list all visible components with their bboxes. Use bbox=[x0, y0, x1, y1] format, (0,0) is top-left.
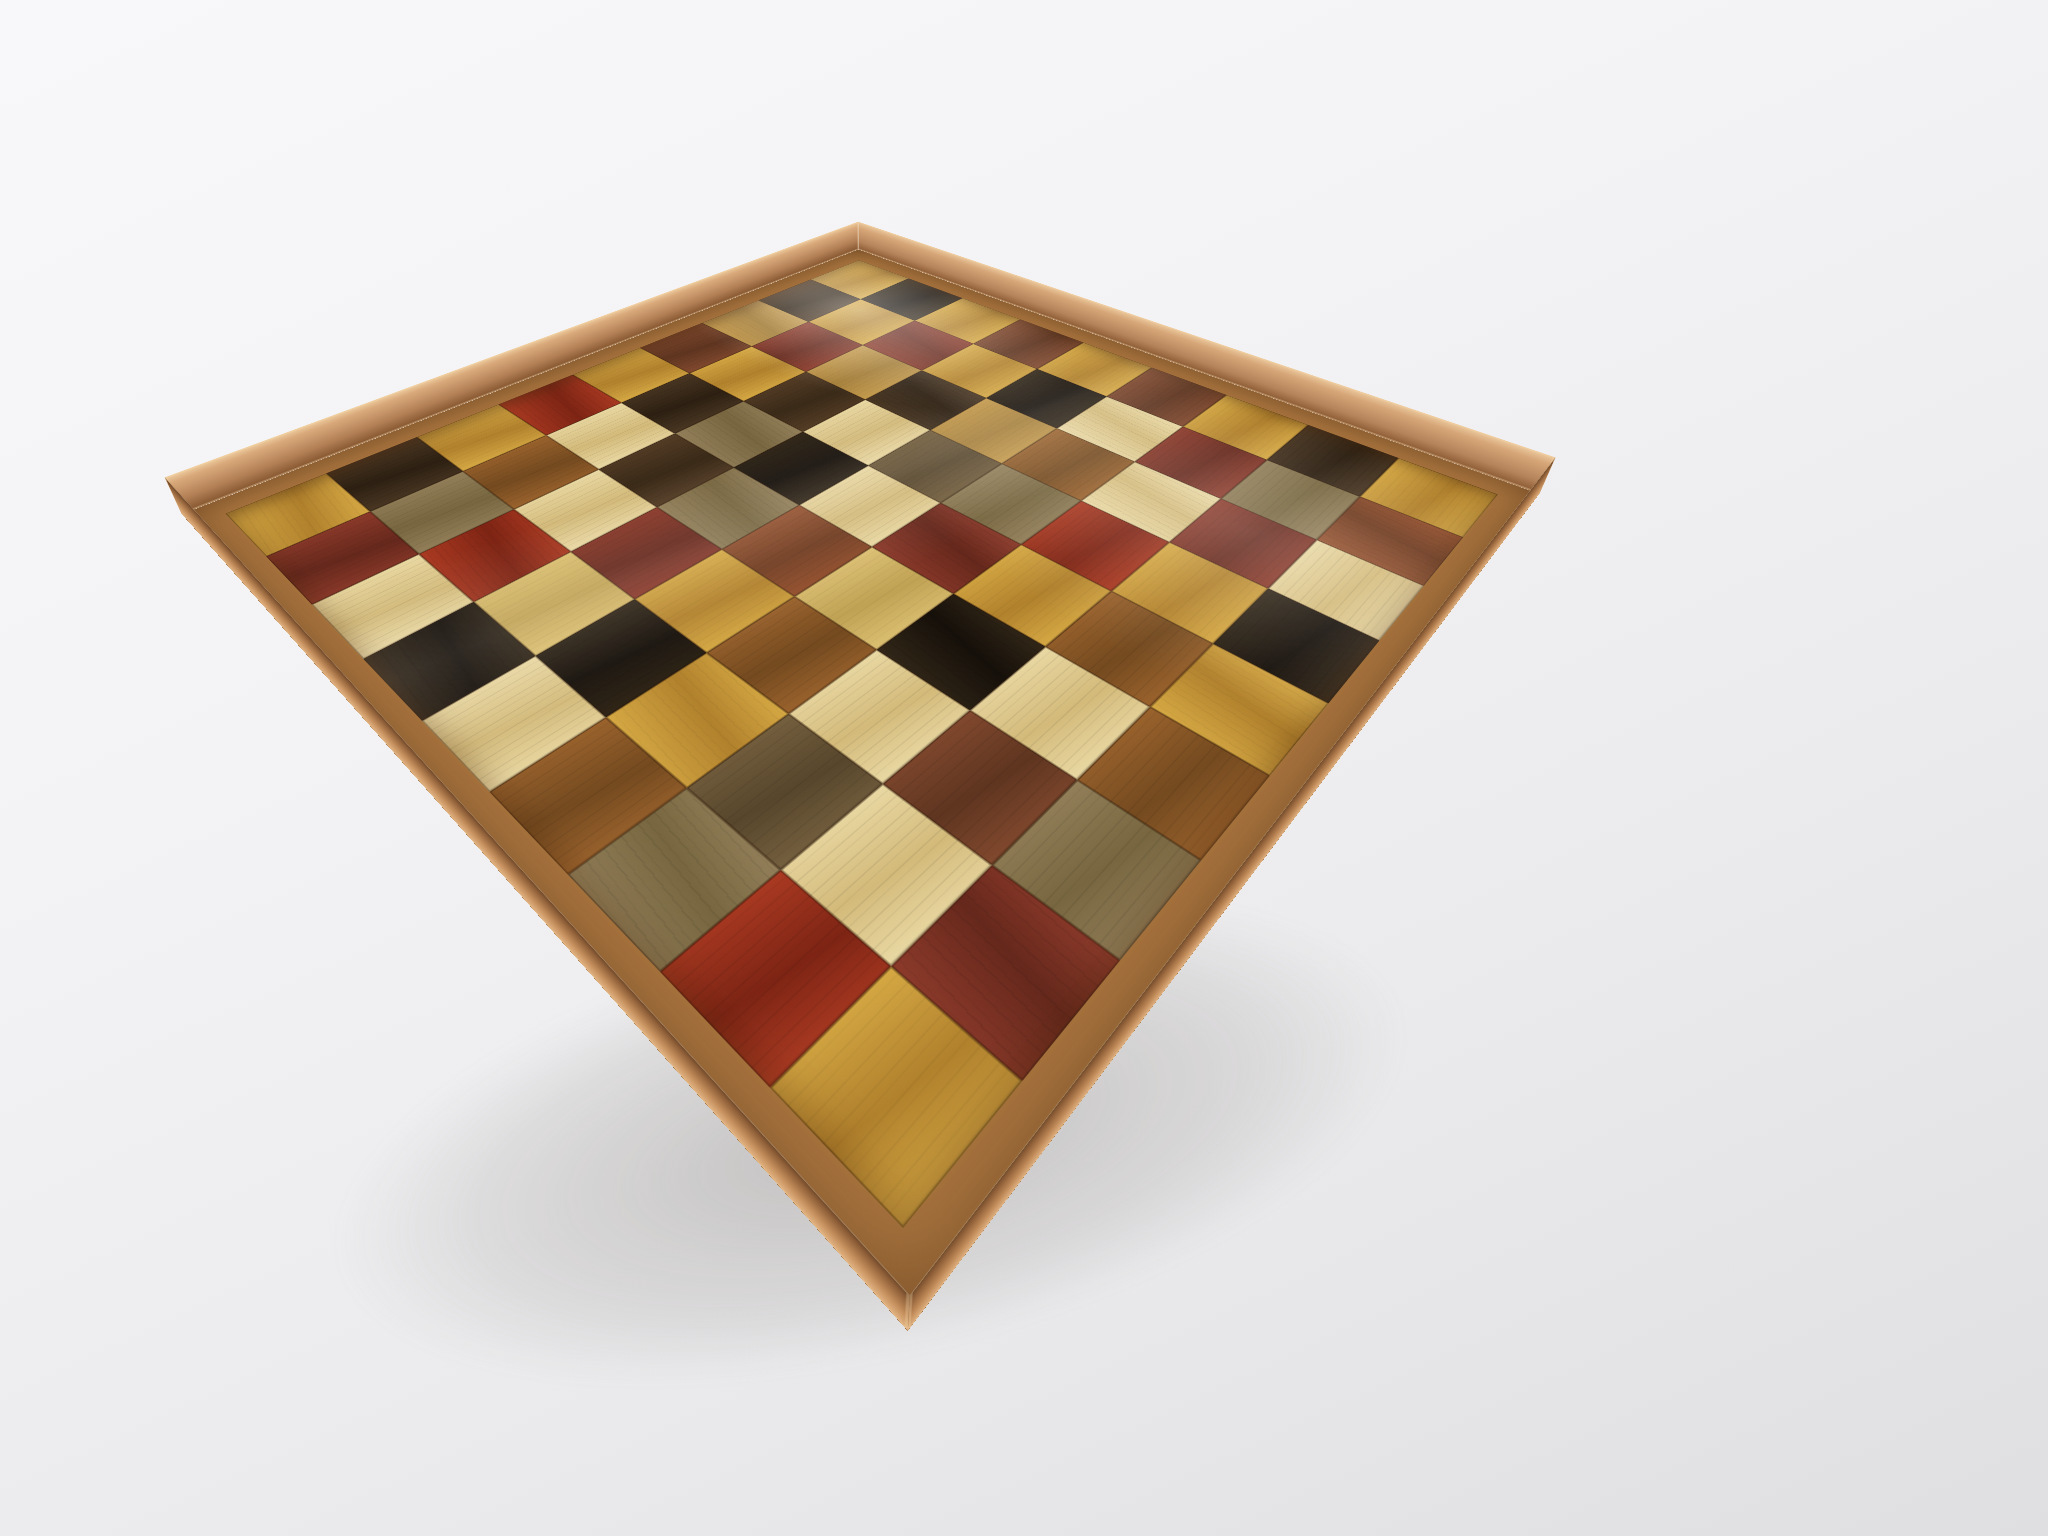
board-square bbox=[419, 509, 571, 602]
board-square bbox=[781, 784, 992, 966]
board-square bbox=[474, 552, 635, 656]
board-square bbox=[1111, 542, 1268, 644]
board-square bbox=[877, 594, 1046, 711]
board-square bbox=[312, 554, 474, 659]
board-square bbox=[883, 710, 1077, 865]
photo-scene bbox=[0, 0, 2048, 1536]
board-square bbox=[1021, 501, 1169, 591]
board-square bbox=[1169, 499, 1316, 589]
board-square bbox=[1077, 707, 1270, 861]
board-square bbox=[363, 602, 535, 721]
board-square bbox=[891, 865, 1120, 1081]
board-square bbox=[536, 599, 707, 717]
board-square bbox=[970, 647, 1150, 780]
board-square bbox=[992, 780, 1201, 961]
board-square bbox=[571, 507, 722, 599]
board-square bbox=[1268, 540, 1424, 641]
board-square bbox=[1150, 644, 1329, 776]
board-square bbox=[707, 596, 877, 713]
board-square bbox=[266, 512, 419, 605]
board-square bbox=[422, 656, 606, 792]
board-square bbox=[789, 650, 970, 784]
board-square bbox=[1317, 497, 1463, 586]
board-square bbox=[1045, 591, 1213, 707]
board-square bbox=[489, 717, 686, 874]
board-square bbox=[660, 870, 891, 1088]
board-square bbox=[606, 653, 789, 788]
board-square bbox=[953, 545, 1111, 647]
board-square bbox=[687, 714, 883, 870]
board-square bbox=[872, 503, 1021, 594]
board-square bbox=[1213, 588, 1379, 703]
board-square bbox=[722, 505, 872, 596]
board-square bbox=[568, 788, 781, 972]
board-square bbox=[635, 549, 795, 653]
board-square bbox=[795, 547, 954, 650]
